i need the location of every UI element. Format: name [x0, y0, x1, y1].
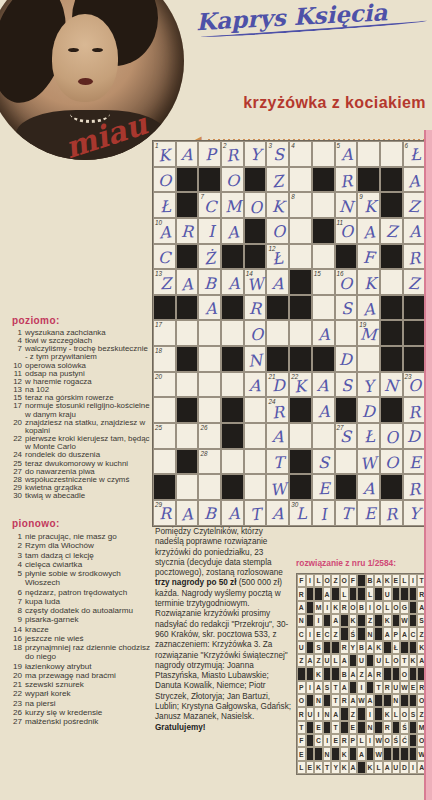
grid-cell[interactable]: 23O	[403, 372, 426, 398]
handwritten-letter: T	[340, 506, 351, 523]
clue-item: 22wyparł korek	[6, 689, 152, 698]
solution-letter-cell: O	[400, 707, 409, 720]
grid-cell[interactable]: Z	[403, 269, 426, 295]
grid-black-cell	[380, 346, 403, 372]
grid-black-cell	[335, 244, 358, 270]
solution-black-cell	[314, 747, 323, 760]
grid-black-cell	[380, 192, 403, 218]
grid-cell[interactable]: Z	[403, 192, 426, 218]
grid-cell[interactable]: 3S	[266, 141, 289, 167]
clue-label: 8	[291, 193, 295, 200]
grid-cell[interactable]: R	[403, 397, 426, 423]
grid-cell[interactable]	[312, 295, 335, 321]
grid-cell[interactable]: 27S	[335, 423, 358, 449]
grid-cell[interactable]	[176, 372, 199, 398]
solution-letter-cell: O	[297, 694, 306, 707]
grid-cell[interactable]: 1K	[153, 141, 176, 167]
solution-letter-cell: P	[349, 734, 358, 747]
solution-letter-cell: R	[383, 721, 392, 734]
grid-cell[interactable]	[289, 244, 312, 270]
grid-cell[interactable]	[289, 320, 312, 346]
solution-letter-cell: K	[340, 747, 349, 760]
grid-cell[interactable]: N	[244, 346, 267, 372]
grid-black-cell	[289, 449, 312, 475]
grid-cell[interactable]: 7C	[198, 192, 221, 218]
page-edge-strip	[424, 130, 432, 800]
grid-cell[interactable]	[244, 423, 267, 449]
grid-cell[interactable]	[176, 320, 199, 346]
magazine-crossword-page: miau Kaprys Księcia krzyżówka z kociakie…	[0, 0, 432, 800]
clue-text: ma przewagę nad braćmi	[25, 671, 152, 680]
handwritten-letter: A	[362, 480, 374, 497]
grid-cell[interactable]: K	[357, 269, 380, 295]
clue-text: tam dadzą ci lekcję	[25, 551, 152, 560]
grid-cell[interactable]: O	[153, 167, 176, 193]
grid-cell[interactable]	[380, 269, 403, 295]
grid-cell[interactable]	[244, 397, 267, 423]
grid-cell[interactable]: A	[176, 141, 199, 167]
solution-black-cell	[409, 721, 418, 734]
handwritten-letter: M	[225, 198, 242, 215]
solution-black-cell	[340, 627, 349, 640]
grid-black-cell	[357, 167, 380, 193]
grid-cell[interactable]: O	[244, 192, 267, 218]
grid-cell[interactable]: 2R	[221, 141, 244, 167]
clue-text: częsty dodatek do autoalarmu	[25, 606, 152, 615]
solution-letter-cell: U	[383, 587, 392, 600]
solution-letter-cell: W	[400, 681, 409, 694]
grid-cell[interactable]: T	[335, 500, 358, 526]
grid-cell[interactable]	[221, 449, 244, 475]
grid-cell[interactable]: A	[244, 372, 267, 398]
grid-cell[interactable]: 8	[289, 192, 312, 218]
clue-number: 19	[6, 662, 25, 671]
clue-item: 20znajdziesz na statku, znajdziesz w kop…	[6, 419, 152, 435]
solution-black-cell	[306, 721, 315, 734]
solution-black-cell	[366, 654, 375, 667]
solution-letter-cell: K	[383, 574, 392, 587]
grid-cell[interactable]: A	[312, 397, 335, 423]
handwritten-letter: A	[341, 147, 353, 163]
clue-label: 3	[268, 142, 272, 149]
grid-cell[interactable]: 11O	[335, 218, 358, 244]
grid-cell[interactable]	[289, 423, 312, 449]
solution-letter-cell: Y	[349, 641, 358, 654]
across-clues-list: 1wyszukana zachcianka4tkwi w szczegółach…	[6, 329, 152, 500]
solution-letter-cell: L	[383, 654, 392, 667]
grid-cell[interactable]: R	[403, 244, 426, 270]
grid-cell[interactable]	[198, 320, 221, 346]
solution-black-cell	[306, 614, 315, 627]
grid-black-cell	[380, 295, 403, 321]
grid-cell[interactable]: W	[266, 474, 289, 500]
solution-black-cell	[306, 694, 315, 707]
clue-number: 30	[6, 492, 25, 500]
handwritten-letter: Ł	[409, 147, 420, 163]
solution-letter-cell: A	[349, 694, 358, 707]
solution-letter-cell: E	[409, 681, 418, 694]
grid-cell[interactable]: D	[335, 346, 358, 372]
grid-cell[interactable]: Z	[266, 167, 289, 193]
grid-cell[interactable]	[221, 372, 244, 398]
grid-cell[interactable]: Ż	[198, 244, 221, 270]
solution-letter-cell: A	[349, 667, 358, 680]
grid-cell[interactable]: 13Z	[153, 269, 176, 295]
grid-cell[interactable]: B	[198, 500, 221, 526]
grid-cell[interactable]: A	[403, 167, 426, 193]
grid-cell[interactable]: S	[312, 449, 335, 475]
grid-cell[interactable]: A	[221, 269, 244, 295]
grid-cell[interactable]: A	[403, 218, 426, 244]
solution-letter-cell: U	[306, 707, 315, 720]
solution-letter-cell: B	[357, 641, 366, 654]
solution-black-cell	[314, 587, 323, 600]
grid-cell[interactable]: Y	[403, 500, 426, 526]
grid-cell[interactable]: A	[357, 218, 380, 244]
grid-cell[interactable]: O	[266, 218, 289, 244]
solution-letter-cell: W	[400, 614, 409, 627]
clue-text: cielęca ćwiartka	[25, 560, 152, 569]
grid-cell[interactable]: I	[312, 500, 335, 526]
solution-black-cell	[323, 694, 332, 707]
grid-cell[interactable]	[357, 346, 380, 372]
solution-letter-cell: E	[349, 721, 358, 734]
solution-black-cell	[323, 667, 332, 680]
grid-black-cell	[176, 244, 199, 270]
grid-cell[interactable]: 24R	[266, 397, 289, 423]
handwritten-letter: D	[407, 429, 421, 446]
grid-cell[interactable]: Ł	[357, 423, 380, 449]
grid-cell[interactable]: N	[380, 372, 403, 398]
solution-letter-cell: A	[340, 654, 349, 667]
clue-item: 17normuje stosunki religijno-kościelne w…	[6, 402, 152, 418]
handwritten-letter: C	[158, 250, 171, 267]
grid-cell[interactable]: 30L	[289, 500, 312, 526]
solution-letter-cell: O	[323, 574, 332, 587]
grid-cell[interactable]	[289, 167, 312, 193]
grid-cell[interactable]	[244, 474, 267, 500]
solution-letter-cell: U	[392, 681, 401, 694]
handwritten-note: Kaprys Księcia	[195, 0, 432, 35]
solution-letter-cell: C	[323, 627, 332, 640]
grid-cell[interactable]: A	[176, 269, 199, 295]
grid-cell[interactable]: 15	[312, 269, 335, 295]
grid-black-cell	[312, 218, 335, 244]
grid-black-cell	[221, 346, 244, 372]
grid-cell[interactable]: 25	[153, 423, 176, 449]
handwritten-letter: B	[203, 275, 216, 292]
clue-text: walczyliśmy - trochę bezskutecznie - z t…	[25, 345, 152, 361]
grid-cell[interactable]: 21D	[266, 372, 289, 398]
grid-cell[interactable]: A	[221, 218, 244, 244]
grid-cell[interactable]: A	[221, 500, 244, 526]
handwritten-letter: R	[226, 148, 240, 165]
grid-cell[interactable]	[153, 397, 176, 423]
grid-cell[interactable]	[221, 320, 244, 346]
grid-black-cell	[153, 295, 176, 321]
clue-number: 6	[6, 588, 25, 597]
clue-label: 9	[359, 193, 363, 200]
solution-letter-cell: N	[314, 694, 323, 707]
grid-cell[interactable]: 12Ł	[266, 244, 289, 270]
solution-letter-cell: Y	[331, 761, 340, 774]
handwritten-letter: A	[181, 507, 194, 524]
solution-black-cell	[331, 747, 340, 760]
grid-cell[interactable]: S	[335, 372, 358, 398]
grid-cell[interactable]	[266, 320, 289, 346]
grid-cell[interactable]: O	[244, 320, 267, 346]
grid-cell[interactable]: A	[198, 295, 221, 321]
grid-black-cell	[289, 346, 312, 372]
down-clues-list: 1nie pracując, nie masz go2Rzym dla Włoc…	[6, 532, 152, 726]
clue-number: 2	[6, 541, 25, 550]
grid-cell[interactable]: A	[312, 372, 335, 398]
grid-cell[interactable]: 10A	[153, 218, 176, 244]
clue-number: 23	[6, 699, 25, 708]
grid-cell[interactable]: D	[357, 397, 380, 423]
grid-cell[interactable]: D	[403, 423, 426, 449]
grid-cell[interactable]: 17	[153, 320, 176, 346]
solution-letter-cell: A	[366, 694, 375, 707]
grid-cell[interactable]: M	[221, 192, 244, 218]
grid-cell[interactable]	[312, 423, 335, 449]
clue-text: małżeński pośrednik	[25, 717, 152, 726]
handwritten-letter: A	[272, 506, 284, 523]
grid-cell[interactable]: O	[380, 423, 403, 449]
solution-letter-cell: Ś	[392, 734, 401, 747]
clue-label: 18	[155, 347, 162, 354]
solution-black-cell	[340, 721, 349, 734]
handwritten-letter: T	[249, 507, 261, 524]
solution-letter-cell: S	[323, 681, 332, 694]
grid-cell[interactable]: I	[198, 218, 221, 244]
grid-black-cell	[289, 397, 312, 423]
clue-number: 16	[6, 634, 25, 643]
grid-cell[interactable]	[198, 474, 221, 500]
clue-text: nie pracując, nie masz go	[25, 532, 152, 541]
grid-cell[interactable]	[357, 141, 380, 167]
handwritten-letter: A	[409, 224, 421, 240]
grid-cell[interactable]: A	[357, 474, 380, 500]
grid-cell[interactable]: O	[380, 449, 403, 475]
solution-letter-cell: Z	[297, 654, 306, 667]
grid-cell[interactable]: 16O	[335, 269, 358, 295]
solution-letter-cell: Z	[366, 614, 375, 627]
grid-cell[interactable]	[289, 218, 312, 244]
handwritten-letter: O	[249, 327, 263, 343]
grid-cell[interactable]	[335, 449, 358, 475]
handwritten-letter: O	[408, 378, 422, 394]
prize-paragraph: Pomiędzy Czytelników, którzy nadeślą pop…	[155, 527, 293, 733]
grid-cell[interactable]: R	[380, 500, 403, 526]
solution-letter-cell: K	[383, 614, 392, 627]
grid-cell[interactable]: A	[266, 423, 289, 449]
grid-cell[interactable]: S	[335, 295, 358, 321]
grid-cell[interactable]: Y	[244, 141, 267, 167]
clue-text: kupa luda	[25, 597, 152, 606]
grid-cell[interactable]	[153, 449, 176, 475]
handwritten-letter: Y	[363, 379, 375, 396]
grid-cell[interactable]: R	[403, 474, 426, 500]
prize-bold: trzy nagrody po 50 zł	[155, 578, 236, 587]
grid-cell[interactable]	[312, 192, 335, 218]
grid-cell[interactable]: 9K	[357, 192, 380, 218]
grid-cell[interactable]: 19M	[357, 320, 380, 346]
grid-cell[interactable]: 5A	[335, 141, 358, 167]
grid-cell[interactable]: 18	[153, 346, 176, 372]
clue-number: 20	[6, 419, 25, 435]
grid-cell[interactable]	[176, 474, 199, 500]
grid-cell[interactable]: A	[312, 320, 335, 346]
solution-black-cell	[349, 654, 358, 667]
solution-letter-cell: I	[409, 574, 418, 587]
solution-black-cell	[323, 614, 332, 627]
handwritten-letter: B	[203, 506, 216, 523]
solution-letter-cell: F	[297, 734, 306, 747]
grid-cell[interactable]: R	[244, 295, 267, 321]
across-clues-header: poziomo:	[12, 315, 60, 326]
grid-cell[interactable]	[244, 449, 267, 475]
photo-face	[52, 14, 118, 102]
clue-label: 26	[200, 424, 207, 431]
handwritten-letter: A	[318, 327, 330, 343]
grid-black-cell	[380, 244, 403, 270]
grid-black-cell	[380, 397, 403, 423]
grid-cell[interactable]: A	[176, 500, 199, 526]
grid-cell[interactable]: 20	[153, 372, 176, 398]
solution-letter-cell: R	[383, 681, 392, 694]
grid-black-cell	[176, 449, 199, 475]
solution-black-cell	[357, 721, 366, 734]
grid-cell[interactable]: A	[266, 269, 289, 295]
grid-cell[interactable]	[312, 141, 335, 167]
clue-item: 16jeszcze nie wieś	[6, 634, 152, 643]
grid-cell[interactable]: K	[266, 192, 289, 218]
grid-black-cell	[289, 295, 312, 321]
handwritten-letter: R	[407, 250, 421, 267]
solution-letter-cell: N	[366, 721, 375, 734]
clue-item: 6nędzarz, patron trędowatych	[6, 588, 152, 597]
grid-black-cell	[221, 244, 244, 270]
grid-cell[interactable]: T	[266, 449, 289, 475]
crossword-grid[interactable]: 1KAP2RY3S45A6ŁOOZRAŁ7CMOK8N9KZ10ARIAO11O…	[152, 140, 426, 527]
solution-black-cell	[383, 694, 392, 707]
handwritten-letter: R	[181, 224, 194, 241]
grid-cell[interactable]	[312, 244, 335, 270]
grid-cell[interactable]: P	[198, 141, 221, 167]
grid-cell[interactable]: 14W	[244, 269, 267, 295]
grid-cell[interactable]	[198, 372, 221, 398]
grid-cell[interactable]: B	[198, 269, 221, 295]
grid-cell[interactable]: W	[357, 449, 380, 475]
clue-number: 4	[6, 337, 25, 345]
clue-text: nędzarz, patron trędowatych	[25, 588, 152, 597]
solution-letter-cell: I	[306, 627, 315, 640]
handwritten-letter: S	[341, 301, 353, 317]
grid-black-cell	[153, 474, 176, 500]
grid-black-cell	[335, 474, 358, 500]
grid-cell[interactable]: E	[403, 449, 426, 475]
clue-item: 19łazienkowy atrybut	[6, 662, 152, 671]
clue-text: na piersi	[25, 699, 152, 708]
solution-letter-cell: T	[400, 654, 409, 667]
handwritten-letter: N	[384, 378, 399, 395]
clue-text: kracze	[25, 625, 152, 634]
clue-item: 4cielęca ćwiartka	[6, 560, 152, 569]
solution-black-cell	[400, 641, 409, 654]
solution-letter-cell: A	[340, 681, 349, 694]
grid-cell[interactable]: N	[335, 192, 358, 218]
solution-letter-cell: A	[366, 667, 375, 680]
grid-cell[interactable]: Z	[380, 218, 403, 244]
grid-cell[interactable]: Y	[357, 372, 380, 398]
solution-black-cell	[297, 667, 306, 680]
handwritten-letter: D	[272, 378, 285, 394]
grid-black-cell	[289, 474, 312, 500]
grid-cell[interactable]: E	[312, 474, 335, 500]
grid-cell[interactable]: 4	[289, 141, 312, 167]
handwritten-letter: M	[360, 326, 377, 343]
handwritten-letter: O	[384, 430, 399, 447]
grid-cell[interactable]: Ł	[153, 192, 176, 218]
solution-letter-cell: I	[323, 601, 332, 614]
grid-cell[interactable]: 26	[198, 423, 221, 449]
grid-cell[interactable]: F	[357, 244, 380, 270]
grid-cell[interactable]: 6Ł	[403, 141, 426, 167]
grid-cell[interactable]: 29R	[153, 500, 176, 526]
solution-letter-cell: Z	[314, 654, 323, 667]
grid-cell[interactable]: E	[357, 500, 380, 526]
solution-letter-cell: E	[306, 761, 315, 774]
solution-letter-cell: K	[331, 601, 340, 614]
handwritten-letter: A	[226, 225, 239, 242]
solution-black-cell	[374, 694, 383, 707]
grid-cell[interactable]: A	[357, 295, 380, 321]
grid-cell[interactable]	[380, 141, 403, 167]
grid-cell[interactable]: R	[335, 167, 358, 193]
solution-letter-cell: N	[323, 747, 332, 760]
solution-black-cell	[409, 614, 418, 627]
grid-cell[interactable]: O	[221, 167, 244, 193]
grid-cell[interactable]: R	[176, 218, 199, 244]
solution-letter-cell: D	[400, 761, 409, 774]
grid-cell[interactable]: 28	[198, 449, 221, 475]
grid-cell[interactable]	[335, 320, 358, 346]
photo-eye	[92, 48, 103, 52]
grid-cell[interactable]: T	[244, 500, 267, 526]
solution-black-cell	[306, 587, 315, 600]
solution-black-cell	[306, 734, 315, 747]
grid-cell[interactable]: C	[153, 244, 176, 270]
grid-cell[interactable]	[198, 397, 221, 423]
handwritten-letter: O	[157, 173, 171, 190]
prize-bold: Gratulujemy!	[155, 723, 206, 732]
grid-black-cell	[266, 295, 289, 321]
solution-black-cell	[306, 641, 315, 654]
prize-text: (500 000 zł) każda. Nagrody wyślemy pocz…	[155, 578, 291, 721]
grid-black-cell	[176, 167, 199, 193]
handwritten-letter: A	[362, 302, 375, 319]
grid-cell[interactable]	[176, 423, 199, 449]
solution-letter-cell: O	[383, 734, 392, 747]
grid-cell[interactable]: 22K	[289, 372, 312, 398]
grid-cell[interactable]	[198, 346, 221, 372]
solution-letter-cell: F	[297, 574, 306, 587]
handwritten-letter: T	[273, 455, 284, 471]
clue-text: tkwią w abecadle	[25, 492, 152, 500]
handwritten-letter: S	[317, 455, 329, 472]
grid-cell[interactable]: A	[266, 500, 289, 526]
